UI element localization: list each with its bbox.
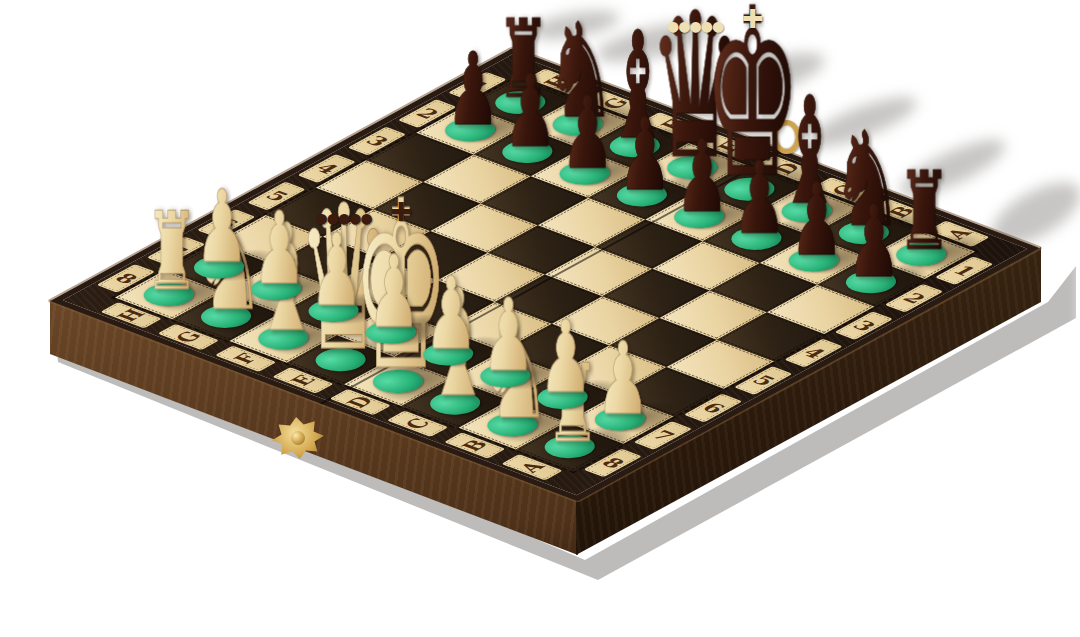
rook-glyph-icon: ♜ — [898, 162, 951, 261]
pawn-glyph-icon: ♟ — [481, 290, 535, 382]
label-bottom-5-text: 5 — [747, 373, 780, 389]
rook-glyph-icon: ♜ — [145, 202, 198, 301]
king-finial-icon: ✚ — [742, 6, 763, 32]
pawn-glyph-icon: ♟ — [847, 196, 901, 288]
label-bottom-6-text: 6 — [696, 400, 729, 416]
pawn-glyph-icon: ♟ — [424, 268, 478, 360]
label-left-A-text: A — [514, 459, 550, 475]
pawn-glyph-icon: ♟ — [367, 246, 421, 338]
pawn-glyph-icon: ♟ — [446, 44, 500, 136]
pawn-glyph-icon: ♟ — [195, 181, 249, 273]
pawn-glyph-icon: ♟ — [539, 312, 593, 404]
pawn-glyph-icon: ♟ — [596, 333, 650, 425]
king-finial-icon: ✚ — [391, 199, 412, 225]
label-bottom-4-text: 4 — [797, 345, 830, 361]
brass-clasp — [270, 415, 325, 461]
chess-board: 88HH77GG66FF55EE44DD33CC22BB11AA♜♞♝♛●●●●… — [50, 48, 1040, 501]
label-bottom-3-text: 3 — [847, 318, 880, 334]
chess-set-photo: 88HH77GG66FF55EE44DD33CC22BB11AA♜♞♝♛●●●●… — [0, 0, 1080, 637]
